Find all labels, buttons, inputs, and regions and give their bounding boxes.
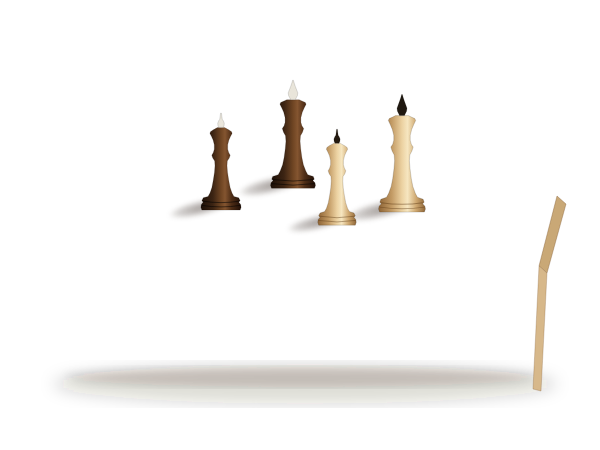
piece-black-queen-d3[interactable]: [198, 108, 244, 216]
piece-white-king-g3[interactable]: [377, 92, 427, 218]
chess-box-photo: abcdefgh43214321: [0, 0, 600, 450]
piece-black-king-e4[interactable]: [269, 78, 317, 194]
piece-white-queen-f2[interactable]: [315, 124, 359, 231]
